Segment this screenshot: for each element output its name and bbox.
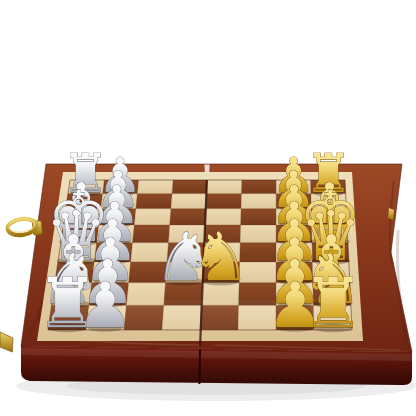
piece-black-rook-a8: ♜	[302, 263, 364, 343]
piece-black-knight-c5: ♞	[191, 218, 251, 296]
brass-hinge-icon	[0, 332, 13, 352]
page: { "game": "chess", "scene": { "setting":…	[0, 0, 416, 416]
square-g5	[206, 194, 241, 209]
brass-handle-right-icon	[388, 208, 394, 220]
piece-glyph: ♟	[77, 269, 133, 342]
square-g4	[171, 194, 207, 209]
square-h4	[172, 180, 207, 194]
chess-set-photo: ♜♟♟♜♟♟♝♟♟♝♚♟♟♚♛♟♟♛♝♟♞♞♟♝♞♟♟♞♜♟♟♜	[0, 0, 416, 416]
piece-glyph: ♜	[302, 263, 364, 343]
square-h3	[137, 180, 173, 194]
front-face-centre-seam	[199, 349, 200, 384]
piece-white-pawn-a2: ♟	[77, 269, 133, 342]
square-h5	[207, 180, 242, 194]
chess-board-scene: ♜♟♟♜♟♟♝♟♟♝♚♟♟♚♛♟♟♛♝♟♞♞♟♝♞♟♟♞♜♟♟♜	[0, 0, 416, 416]
piece-glyph: ♞	[191, 218, 251, 296]
